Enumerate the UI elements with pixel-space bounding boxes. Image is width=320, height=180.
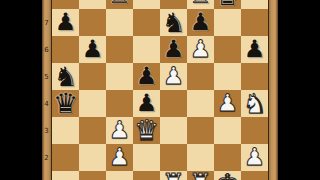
square-d6[interactable] (133, 36, 160, 63)
white-knight-h4[interactable]: ♞ (241, 90, 268, 117)
square-d2[interactable] (133, 144, 160, 171)
square-a6[interactable] (52, 36, 79, 63)
square-f4[interactable] (187, 90, 214, 117)
square-a2[interactable] (52, 144, 79, 171)
white-queen-d3[interactable]: ♛ (133, 117, 160, 144)
square-e2[interactable] (160, 144, 187, 171)
square-e3[interactable] (160, 117, 187, 144)
black-rook-f8[interactable]: ♜ (187, 0, 214, 8)
rank-label-3: 3 (42, 127, 51, 135)
white-pawn-c2[interactable]: ♟ (106, 144, 133, 171)
rank-label-5: 5 (42, 73, 51, 81)
square-e4[interactable] (160, 90, 187, 117)
square-b4[interactable] (79, 90, 106, 117)
black-knight-e7[interactable]: ♞ (160, 9, 187, 36)
square-h3[interactable] (241, 117, 268, 144)
white-rook-e1[interactable]: ♜ (160, 170, 187, 180)
square-b3[interactable] (79, 117, 106, 144)
square-h7[interactable] (241, 9, 268, 36)
board-frame-left: 765432 (42, 0, 52, 180)
chess-board: 765432 ♜♜♚♟♞♟♟♟♟♟♞♟♟♛♟♟♞♟♛♟♟♜♜♚ (42, 0, 278, 180)
white-king-g1[interactable]: ♚ (214, 171, 241, 180)
square-b7[interactable] (79, 9, 106, 36)
square-h5[interactable] (241, 63, 268, 90)
rank-label-4: 4 (42, 100, 51, 108)
square-b2[interactable] (79, 144, 106, 171)
white-pawn-c3[interactable]: ♟ (106, 117, 133, 144)
square-c1[interactable] (106, 171, 133, 180)
video-frame: 765432 ♜♜♚♟♞♟♟♟♟♟♞♟♟♛♟♟♞♟♛♟♟♜♜♚ (0, 0, 320, 180)
white-rook-f1[interactable]: ♜ (187, 170, 214, 180)
square-c7[interactable] (106, 9, 133, 36)
black-king-g8[interactable]: ♚ (214, 0, 241, 9)
square-d1[interactable] (133, 171, 160, 180)
black-pawn-d5[interactable]: ♟ (133, 63, 160, 90)
square-f2[interactable] (187, 144, 214, 171)
square-c5[interactable] (106, 63, 133, 90)
black-knight-a5[interactable]: ♞ (52, 63, 79, 90)
square-g6[interactable] (214, 36, 241, 63)
square-c6[interactable] (106, 36, 133, 63)
square-g5[interactable] (214, 63, 241, 90)
square-b1[interactable] (79, 171, 106, 180)
square-g2[interactable] (214, 144, 241, 171)
square-c4[interactable] (106, 90, 133, 117)
square-h1[interactable] (241, 171, 268, 180)
white-pawn-f6[interactable]: ♟ (187, 36, 214, 63)
square-f5[interactable] (187, 63, 214, 90)
square-b8[interactable] (79, 0, 106, 9)
square-g7[interactable] (214, 9, 241, 36)
black-pawn-h6[interactable]: ♟ (241, 36, 268, 63)
black-pawn-e6[interactable]: ♟ (160, 36, 187, 63)
square-b5[interactable] (79, 63, 106, 90)
square-d8[interactable] (133, 0, 160, 9)
board-squares: ♜♜♚♟♞♟♟♟♟♟♞♟♟♛♟♟♞♟♛♟♟♜♜♚ (52, 0, 268, 180)
white-pawn-g4[interactable]: ♟ (214, 90, 241, 117)
rank-label-7: 7 (42, 19, 51, 27)
square-f3[interactable] (187, 117, 214, 144)
white-pawn-h2[interactable]: ♟ (241, 144, 268, 171)
black-pawn-a7[interactable]: ♟ (52, 9, 79, 36)
square-h8[interactable] (241, 0, 268, 9)
rank-label-6: 6 (42, 46, 51, 54)
black-rook-c8[interactable]: ♜ (106, 0, 133, 8)
black-pawn-f7[interactable]: ♟ (187, 9, 214, 36)
black-pawn-b6[interactable]: ♟ (79, 36, 106, 63)
square-g3[interactable] (214, 117, 241, 144)
white-pawn-e5[interactable]: ♟ (160, 63, 187, 90)
square-a3[interactable] (52, 117, 79, 144)
board-frame-right (268, 0, 278, 180)
black-pawn-d4[interactable]: ♟ (133, 90, 160, 117)
square-a1[interactable] (52, 171, 79, 180)
square-d7[interactable] (133, 9, 160, 36)
rank-label-2: 2 (42, 154, 51, 162)
black-queen-a4[interactable]: ♛ (52, 90, 79, 117)
